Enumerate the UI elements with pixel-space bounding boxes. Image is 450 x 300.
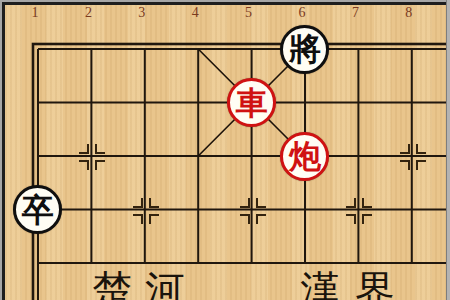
frame-left-dark bbox=[2, 2, 5, 300]
piece-red-cannon[interactable]: 炮 bbox=[280, 132, 329, 181]
file-label-3: 3 bbox=[138, 6, 145, 20]
file-label-4: 4 bbox=[192, 6, 199, 20]
piece-glyph: 將 bbox=[289, 31, 321, 67]
file-label-1: 1 bbox=[32, 6, 39, 20]
piece-red-chariot[interactable]: 車 bbox=[227, 78, 276, 127]
piece-black-general[interactable]: 將 bbox=[280, 25, 329, 74]
piece-glyph: 卒 bbox=[22, 192, 54, 228]
piece-glyph: 車 bbox=[236, 85, 268, 121]
file-label-6: 6 bbox=[299, 6, 306, 20]
piece-glyph: 炮 bbox=[289, 138, 321, 174]
piece-grid: 將車炮卒 bbox=[11, 22, 450, 300]
file-label-7: 7 bbox=[352, 6, 359, 20]
file-label-2: 2 bbox=[85, 6, 92, 20]
piece-black-soldier[interactable]: 卒 bbox=[13, 185, 62, 234]
frame-top-dark bbox=[0, 2, 450, 5]
file-label-8: 8 bbox=[405, 6, 412, 20]
xiangqi-board: 12345678 楚河漢界 將車炮卒 bbox=[0, 0, 450, 300]
file-label-5: 5 bbox=[245, 6, 252, 20]
